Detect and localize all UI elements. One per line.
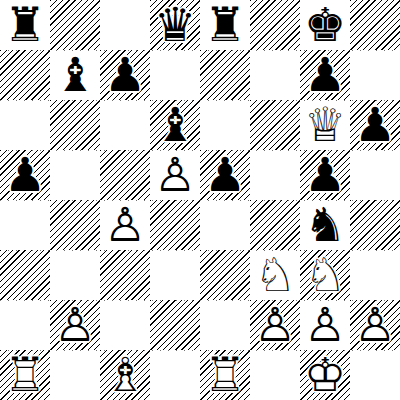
piece-outline-layer: ♕ [300, 100, 350, 150]
square-d6[interactable]: ♝ [150, 100, 200, 150]
chess-board: ♜♛♜♚♝♟♟♝♛♕♟♟♟♙♟♟♟♙♞♞♘♞♘♟♙♟♙♟♙♟♙♜♖♝♗♜♖♚♔ [0, 0, 400, 400]
square-c8[interactable] [100, 0, 150, 50]
piece-white-pawn[interactable]: ♟♙ [50, 300, 100, 350]
square-e3[interactable] [200, 250, 250, 300]
piece-glyph-layer: ♝ [150, 100, 200, 150]
square-a2[interactable] [0, 300, 50, 350]
square-d8[interactable]: ♛ [150, 0, 200, 50]
piece-outline-layer: ♙ [50, 300, 100, 350]
square-f7[interactable] [250, 50, 300, 100]
square-h8[interactable] [350, 0, 400, 50]
square-a5[interactable]: ♟ [0, 150, 50, 200]
piece-black-pawn[interactable]: ♟ [0, 150, 50, 200]
square-d1[interactable] [150, 350, 200, 400]
piece-glyph-layer: ♛ [150, 0, 200, 50]
piece-glyph-layer: ♟ [100, 50, 150, 100]
square-b1[interactable] [50, 350, 100, 400]
square-f4[interactable] [250, 200, 300, 250]
piece-white-pawn[interactable]: ♟♙ [300, 300, 350, 350]
piece-white-rook[interactable]: ♜♖ [0, 350, 50, 400]
square-f1[interactable] [250, 350, 300, 400]
piece-white-pawn[interactable]: ♟♙ [150, 150, 200, 200]
square-c3[interactable] [100, 250, 150, 300]
piece-black-knight[interactable]: ♞ [300, 200, 350, 250]
square-b4[interactable] [50, 200, 100, 250]
piece-outline-layer: ♗ [100, 350, 150, 400]
square-h4[interactable] [350, 200, 400, 250]
square-d2[interactable] [150, 300, 200, 350]
square-b6[interactable] [50, 100, 100, 150]
square-c1[interactable]: ♝♗ [100, 350, 150, 400]
piece-black-pawn[interactable]: ♟ [200, 150, 250, 200]
square-h6[interactable]: ♟ [350, 100, 400, 150]
square-d5[interactable]: ♟♙ [150, 150, 200, 200]
piece-glyph-layer: ♚ [300, 0, 350, 50]
square-a6[interactable] [0, 100, 50, 150]
square-e1[interactable]: ♜♖ [200, 350, 250, 400]
piece-outline-layer: ♙ [150, 150, 200, 200]
piece-outline-layer: ♖ [0, 350, 50, 400]
piece-glyph-layer: ♝ [50, 50, 100, 100]
piece-black-bishop[interactable]: ♝ [50, 50, 100, 100]
square-g5[interactable]: ♟ [300, 150, 350, 200]
square-f2[interactable]: ♟♙ [250, 300, 300, 350]
square-f3[interactable]: ♞♘ [250, 250, 300, 300]
piece-glyph-layer: ♟ [300, 50, 350, 100]
piece-glyph-layer: ♜ [200, 0, 250, 50]
square-a8[interactable]: ♜ [0, 0, 50, 50]
piece-black-pawn[interactable]: ♟ [300, 150, 350, 200]
square-f5[interactable] [250, 150, 300, 200]
piece-black-pawn[interactable]: ♟ [350, 100, 400, 150]
square-c2[interactable] [100, 300, 150, 350]
square-a3[interactable] [0, 250, 50, 300]
piece-glyph-layer: ♟ [0, 150, 50, 200]
piece-white-pawn[interactable]: ♟♙ [100, 200, 150, 250]
piece-outline-layer: ♔ [300, 350, 350, 400]
square-e4[interactable] [200, 200, 250, 250]
piece-outline-layer: ♖ [200, 350, 250, 400]
square-b3[interactable] [50, 250, 100, 300]
piece-outline-layer: ♘ [300, 250, 350, 300]
piece-outline-layer: ♙ [100, 200, 150, 250]
square-f6[interactable] [250, 100, 300, 150]
square-e8[interactable]: ♜ [200, 0, 250, 50]
piece-outline-layer: ♙ [300, 300, 350, 350]
square-d4[interactable] [150, 200, 200, 250]
square-c7[interactable]: ♟ [100, 50, 150, 100]
square-c6[interactable] [100, 100, 150, 150]
square-a7[interactable] [0, 50, 50, 100]
piece-outline-layer: ♙ [350, 300, 400, 350]
square-e7[interactable] [200, 50, 250, 100]
square-h2[interactable]: ♟♙ [350, 300, 400, 350]
square-e6[interactable] [200, 100, 250, 150]
square-h3[interactable] [350, 250, 400, 300]
square-g6[interactable]: ♛♕ [300, 100, 350, 150]
piece-black-rook[interactable]: ♜ [200, 0, 250, 50]
square-b5[interactable] [50, 150, 100, 200]
square-g3[interactable]: ♞♘ [300, 250, 350, 300]
piece-black-king[interactable]: ♚ [300, 0, 350, 50]
piece-glyph-layer: ♟ [350, 100, 400, 150]
square-d3[interactable] [150, 250, 200, 300]
piece-white-knight[interactable]: ♞♘ [250, 250, 300, 300]
piece-white-king[interactable]: ♚♔ [300, 350, 350, 400]
square-h7[interactable] [350, 50, 400, 100]
square-g7[interactable]: ♟ [300, 50, 350, 100]
piece-white-rook[interactable]: ♜♖ [200, 350, 250, 400]
piece-glyph-layer: ♜ [0, 0, 50, 50]
piece-glyph-layer: ♟ [300, 150, 350, 200]
square-c4[interactable]: ♟♙ [100, 200, 150, 250]
piece-outline-layer: ♙ [250, 300, 300, 350]
square-d7[interactable] [150, 50, 200, 100]
square-b8[interactable] [50, 0, 100, 50]
square-a1[interactable]: ♜♖ [0, 350, 50, 400]
piece-glyph-layer: ♟ [200, 150, 250, 200]
square-g1[interactable]: ♚♔ [300, 350, 350, 400]
piece-black-pawn[interactable]: ♟ [300, 50, 350, 100]
piece-white-queen[interactable]: ♛♕ [300, 100, 350, 150]
piece-outline-layer: ♘ [250, 250, 300, 300]
square-g4[interactable]: ♞ [300, 200, 350, 250]
piece-black-queen[interactable]: ♛ [150, 0, 200, 50]
square-f8[interactable] [250, 0, 300, 50]
piece-black-pawn[interactable]: ♟ [100, 50, 150, 100]
square-b7[interactable]: ♝ [50, 50, 100, 100]
square-e5[interactable]: ♟ [200, 150, 250, 200]
square-h5[interactable] [350, 150, 400, 200]
square-a4[interactable] [0, 200, 50, 250]
piece-white-bishop[interactable]: ♝♗ [100, 350, 150, 400]
piece-white-pawn[interactable]: ♟♙ [350, 300, 400, 350]
piece-black-bishop[interactable]: ♝ [150, 100, 200, 150]
square-b2[interactable]: ♟♙ [50, 300, 100, 350]
piece-white-pawn[interactable]: ♟♙ [250, 300, 300, 350]
piece-glyph-layer: ♞ [300, 200, 350, 250]
square-c5[interactable] [100, 150, 150, 200]
square-g8[interactable]: ♚ [300, 0, 350, 50]
square-h1[interactable] [350, 350, 400, 400]
square-g2[interactable]: ♟♙ [300, 300, 350, 350]
piece-white-knight[interactable]: ♞♘ [300, 250, 350, 300]
square-e2[interactable] [200, 300, 250, 350]
piece-black-rook[interactable]: ♜ [0, 0, 50, 50]
